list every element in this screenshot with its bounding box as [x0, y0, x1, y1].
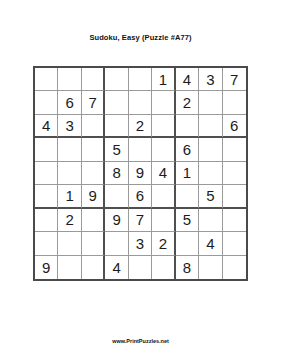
cell-r6c1 — [35, 185, 58, 208]
cell-r5c7: 1 — [176, 162, 199, 185]
cell-r2c4 — [105, 91, 128, 114]
cell-r6c9 — [223, 185, 246, 208]
cell-r2c7: 2 — [176, 91, 199, 114]
cell-r4c1 — [35, 138, 58, 161]
cell-r8c7 — [176, 232, 199, 255]
cell-r8c6: 2 — [152, 232, 175, 255]
cell-r8c9 — [223, 232, 246, 255]
cell-r7c9 — [223, 209, 246, 232]
cell-r9c7: 8 — [176, 256, 199, 279]
cell-r2c5 — [129, 91, 152, 114]
cell-r7c4: 9 — [105, 209, 128, 232]
cell-r2c1 — [35, 91, 58, 114]
cell-r1c3 — [82, 68, 105, 91]
sudoku-board: 1437672432656894119652975324948 — [33, 66, 248, 281]
cell-r5c4: 8 — [105, 162, 128, 185]
cell-r4c7: 6 — [176, 138, 199, 161]
cell-r3c3 — [82, 115, 105, 138]
cell-r8c4 — [105, 232, 128, 255]
cell-r3c6 — [152, 115, 175, 138]
cell-r8c8: 4 — [199, 232, 222, 255]
cell-r4c5 — [129, 138, 152, 161]
cell-r3c5: 2 — [129, 115, 152, 138]
cell-r7c5: 7 — [129, 209, 152, 232]
cell-r3c7 — [176, 115, 199, 138]
cell-r8c1 — [35, 232, 58, 255]
cell-r4c6 — [152, 138, 175, 161]
cell-r9c8 — [199, 256, 222, 279]
cell-r3c4 — [105, 115, 128, 138]
cell-r1c1 — [35, 68, 58, 91]
cell-r7c2: 2 — [58, 209, 81, 232]
cell-r2c9 — [223, 91, 246, 114]
cell-r8c5: 3 — [129, 232, 152, 255]
cell-r1c9: 7 — [223, 68, 246, 91]
cell-r1c2 — [58, 68, 81, 91]
cell-r7c7: 5 — [176, 209, 199, 232]
cell-r6c2: 1 — [58, 185, 81, 208]
cell-r3c2: 3 — [58, 115, 81, 138]
cell-r9c4: 4 — [105, 256, 128, 279]
cell-r5c2 — [58, 162, 81, 185]
cell-r4c9 — [223, 138, 246, 161]
cell-r5c1 — [35, 162, 58, 185]
cell-r9c3 — [82, 256, 105, 279]
cell-r6c5: 6 — [129, 185, 152, 208]
cell-r6c7 — [176, 185, 199, 208]
cell-r1c8: 3 — [199, 68, 222, 91]
cell-r9c5 — [129, 256, 152, 279]
cell-r3c1: 4 — [35, 115, 58, 138]
cell-r9c2 — [58, 256, 81, 279]
footer-url: www.PrintPuzzles.net — [0, 338, 281, 344]
cell-r4c3 — [82, 138, 105, 161]
cell-r1c7: 4 — [176, 68, 199, 91]
cell-r8c2 — [58, 232, 81, 255]
cell-r4c8 — [199, 138, 222, 161]
cell-r1c4 — [105, 68, 128, 91]
cell-r6c8: 5 — [199, 185, 222, 208]
cell-r3c9: 6 — [223, 115, 246, 138]
cell-r2c2: 6 — [58, 91, 81, 114]
cell-r9c6 — [152, 256, 175, 279]
page-title: Sudoku, Easy (Puzzle #A77) — [0, 33, 281, 42]
cell-r5c6: 4 — [152, 162, 175, 185]
cell-r2c8 — [199, 91, 222, 114]
cell-r6c6 — [152, 185, 175, 208]
cell-r2c3: 7 — [82, 91, 105, 114]
cell-r6c4 — [105, 185, 128, 208]
cell-r8c3 — [82, 232, 105, 255]
cell-r6c3: 9 — [82, 185, 105, 208]
cell-r9c9 — [223, 256, 246, 279]
cell-r7c1 — [35, 209, 58, 232]
cell-r5c8 — [199, 162, 222, 185]
cell-r4c2 — [58, 138, 81, 161]
cell-r3c8 — [199, 115, 222, 138]
cell-r5c9 — [223, 162, 246, 185]
cell-r7c3 — [82, 209, 105, 232]
cell-r7c6 — [152, 209, 175, 232]
cell-r5c3 — [82, 162, 105, 185]
cell-r7c8 — [199, 209, 222, 232]
cell-r9c1: 9 — [35, 256, 58, 279]
cell-r5c5: 9 — [129, 162, 152, 185]
cell-r1c6: 1 — [152, 68, 175, 91]
cell-r4c4: 5 — [105, 138, 128, 161]
cell-r1c5 — [129, 68, 152, 91]
cell-r2c6 — [152, 91, 175, 114]
